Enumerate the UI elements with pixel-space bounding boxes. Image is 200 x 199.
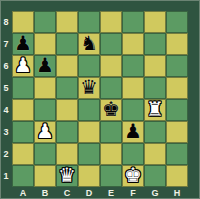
file-label-a: A [12, 187, 34, 199]
file-label-g: G [144, 187, 166, 199]
square-h1[interactable] [166, 165, 188, 187]
square-g5[interactable] [144, 77, 166, 99]
piece-white-queen: ♛ [58, 165, 76, 185]
chess-board-frame: ♟♞♟♟♛♚♜♟♟♛♚ 87654321 ABCDEFGH [0, 0, 200, 199]
square-h3[interactable] [166, 121, 188, 143]
square-b5[interactable] [34, 77, 56, 99]
square-c1[interactable]: ♛ [56, 165, 78, 187]
square-h7[interactable] [166, 33, 188, 55]
chess-board: ♟♞♟♟♛♚♜♟♟♛♚ [12, 11, 188, 187]
square-b8[interactable] [34, 11, 56, 33]
file-label-d: D [78, 187, 100, 199]
file-label-h: H [166, 187, 188, 199]
square-c7[interactable] [56, 33, 78, 55]
square-g4[interactable]: ♜ [144, 99, 166, 121]
square-a5[interactable] [12, 77, 34, 99]
square-h4[interactable] [166, 99, 188, 121]
file-label-c: C [56, 187, 78, 199]
square-b2[interactable] [34, 143, 56, 165]
square-g2[interactable] [144, 143, 166, 165]
rank-label-3: 3 [0, 121, 12, 143]
square-g6[interactable] [144, 55, 166, 77]
piece-white-rook: ♜ [146, 99, 164, 119]
square-a7[interactable]: ♟ [12, 33, 34, 55]
square-d2[interactable] [78, 143, 100, 165]
rank-label-7: 7 [0, 33, 12, 55]
square-d4[interactable] [78, 99, 100, 121]
square-c5[interactable] [56, 77, 78, 99]
piece-black-pawn: ♟ [124, 121, 142, 141]
square-h5[interactable] [166, 77, 188, 99]
file-label-e: E [100, 187, 122, 199]
piece-white-pawn: ♟ [14, 55, 32, 75]
rank-label-1: 1 [0, 165, 12, 187]
square-f3[interactable]: ♟ [122, 121, 144, 143]
rank-label-2: 2 [0, 143, 12, 165]
piece-black-pawn: ♟ [36, 55, 54, 75]
square-h8[interactable] [166, 11, 188, 33]
piece-black-queen: ♛ [80, 77, 98, 97]
square-a8[interactable] [12, 11, 34, 33]
square-d6[interactable] [78, 55, 100, 77]
square-h2[interactable] [166, 143, 188, 165]
square-f7[interactable] [122, 33, 144, 55]
square-g3[interactable] [144, 121, 166, 143]
square-c4[interactable] [56, 99, 78, 121]
square-c6[interactable] [56, 55, 78, 77]
rank-label-8: 8 [0, 11, 12, 33]
square-c3[interactable] [56, 121, 78, 143]
square-f2[interactable] [122, 143, 144, 165]
square-h6[interactable] [166, 55, 188, 77]
piece-black-king: ♚ [102, 99, 120, 119]
square-a1[interactable] [12, 165, 34, 187]
square-c8[interactable] [56, 11, 78, 33]
square-f5[interactable] [122, 77, 144, 99]
square-g8[interactable] [144, 11, 166, 33]
square-b6[interactable]: ♟ [34, 55, 56, 77]
piece-white-pawn: ♟ [36, 121, 54, 141]
square-e3[interactable] [100, 121, 122, 143]
square-d7[interactable]: ♞ [78, 33, 100, 55]
rank-label-5: 5 [0, 77, 12, 99]
square-b3[interactable]: ♟ [34, 121, 56, 143]
square-a4[interactable] [12, 99, 34, 121]
square-b4[interactable] [34, 99, 56, 121]
piece-white-king: ♚ [124, 165, 142, 185]
square-f6[interactable] [122, 55, 144, 77]
square-c2[interactable] [56, 143, 78, 165]
square-d5[interactable]: ♛ [78, 77, 100, 99]
square-d3[interactable] [78, 121, 100, 143]
square-e1[interactable] [100, 165, 122, 187]
square-f1[interactable]: ♚ [122, 165, 144, 187]
rank-label-6: 6 [0, 55, 12, 77]
square-e7[interactable] [100, 33, 122, 55]
square-e2[interactable] [100, 143, 122, 165]
square-g1[interactable] [144, 165, 166, 187]
square-e8[interactable] [100, 11, 122, 33]
rank-label-4: 4 [0, 99, 12, 121]
square-a3[interactable] [12, 121, 34, 143]
square-e5[interactable] [100, 77, 122, 99]
square-f4[interactable] [122, 99, 144, 121]
piece-black-knight: ♞ [80, 33, 98, 53]
square-d8[interactable] [78, 11, 100, 33]
file-label-f: F [122, 187, 144, 199]
square-f8[interactable] [122, 11, 144, 33]
file-label-b: B [34, 187, 56, 199]
piece-black-pawn: ♟ [14, 33, 32, 53]
square-a6[interactable]: ♟ [12, 55, 34, 77]
square-d1[interactable] [78, 165, 100, 187]
square-e4[interactable]: ♚ [100, 99, 122, 121]
square-a2[interactable] [12, 143, 34, 165]
square-b7[interactable] [34, 33, 56, 55]
square-b1[interactable] [34, 165, 56, 187]
square-e6[interactable] [100, 55, 122, 77]
square-g7[interactable] [144, 33, 166, 55]
